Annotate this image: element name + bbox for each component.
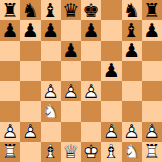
- piece-white-knight[interactable]: ♞♘: [122, 142, 142, 162]
- square-c5[interactable]: [41, 61, 61, 81]
- square-c7[interactable]: ♟: [41, 20, 61, 40]
- piece-black-bishop[interactable]: ♝: [41, 0, 61, 20]
- square-a2[interactable]: ♟♙: [0, 122, 20, 142]
- square-g3[interactable]: [122, 101, 142, 121]
- square-e8[interactable]: ♚: [81, 0, 101, 20]
- square-e1[interactable]: ♚♔: [81, 142, 101, 162]
- rook-glyph: ♜: [142, 0, 162, 20]
- piece-black-pawn[interactable]: ♟: [61, 41, 81, 61]
- pawn-glyph: ♟: [41, 81, 61, 101]
- king-glyph: ♚: [81, 0, 101, 20]
- pawn-outline-glyph: ♙: [61, 81, 81, 101]
- queen-outline-glyph: ♕: [61, 142, 81, 162]
- pawn-glyph: ♟: [142, 122, 162, 142]
- square-a8[interactable]: ♜: [0, 0, 20, 20]
- pawn-glyph: ♟: [101, 122, 121, 142]
- square-a3[interactable]: [0, 101, 20, 121]
- piece-white-pawn[interactable]: ♟♙: [81, 81, 101, 101]
- piece-white-pawn[interactable]: ♟♙: [61, 81, 81, 101]
- pawn-glyph: ♟: [0, 20, 20, 40]
- square-f6[interactable]: [101, 41, 121, 61]
- square-e5[interactable]: [81, 61, 101, 81]
- square-a4[interactable]: [0, 81, 20, 101]
- pawn-outline-glyph: ♙: [20, 122, 40, 142]
- square-e6[interactable]: [81, 41, 101, 61]
- square-d1[interactable]: ♛♕: [61, 142, 81, 162]
- square-b4[interactable]: [20, 81, 40, 101]
- square-h5[interactable]: [142, 61, 162, 81]
- piece-black-pawn[interactable]: ♟: [41, 20, 61, 40]
- pawn-outline-glyph: ♙: [41, 81, 61, 101]
- square-e7[interactable]: ♟: [81, 20, 101, 40]
- square-b1[interactable]: [20, 142, 40, 162]
- bishop-outline-glyph: ♗: [101, 142, 121, 162]
- pawn-glyph: ♟: [20, 122, 40, 142]
- pawn-outline-glyph: ♙: [81, 81, 101, 101]
- knight-glyph: ♞: [20, 0, 40, 20]
- square-c1[interactable]: ♝♗: [41, 142, 61, 162]
- square-a5[interactable]: [0, 61, 20, 81]
- rook-outline-glyph: ♖: [142, 142, 162, 162]
- piece-black-knight[interactable]: ♞: [122, 0, 142, 20]
- square-a1[interactable]: ♜♖: [0, 142, 20, 162]
- piece-white-pawn[interactable]: ♟♙: [142, 122, 162, 142]
- rook-outline-glyph: ♖: [0, 142, 20, 162]
- pawn-outline-glyph: ♙: [142, 122, 162, 142]
- square-a7[interactable]: ♟: [0, 20, 20, 40]
- square-f8[interactable]: [101, 0, 121, 20]
- square-h6[interactable]: [142, 41, 162, 61]
- piece-black-rook[interactable]: ♜: [0, 0, 20, 20]
- square-b3[interactable]: [20, 101, 40, 121]
- piece-white-pawn[interactable]: ♟♙: [20, 122, 40, 142]
- piece-white-bishop[interactable]: ♝♗: [101, 142, 121, 162]
- square-f1[interactable]: ♝♗: [101, 142, 121, 162]
- piece-black-pawn[interactable]: ♟: [122, 41, 142, 61]
- piece-black-pawn[interactable]: ♟: [81, 20, 101, 40]
- chess-board: ♜♞♝♛♚♞♜♟♟♟♟♝♟♟♟♟♟♙♟♙♟♙♞♘♟♙♟♙♟♙♟♙♟♙♜♖♝♗♛♕…: [0, 0, 162, 162]
- knight-glyph: ♞: [41, 101, 61, 121]
- bishop-glyph: ♝: [122, 20, 142, 40]
- piece-white-pawn[interactable]: ♟♙: [41, 81, 61, 101]
- piece-black-rook[interactable]: ♜: [142, 0, 162, 20]
- piece-black-bishop[interactable]: ♝: [122, 20, 142, 40]
- square-h3[interactable]: [142, 101, 162, 121]
- pawn-glyph: ♟: [101, 61, 121, 81]
- knight-glyph: ♞: [122, 0, 142, 20]
- pawn-outline-glyph: ♙: [101, 122, 121, 142]
- square-f2[interactable]: ♟♙: [101, 122, 121, 142]
- queen-glyph: ♛: [61, 142, 81, 162]
- pawn-glyph: ♟: [81, 81, 101, 101]
- square-f5[interactable]: ♟: [101, 61, 121, 81]
- rook-glyph: ♜: [0, 142, 20, 162]
- square-d4[interactable]: ♟♙: [61, 81, 81, 101]
- square-b6[interactable]: [20, 41, 40, 61]
- piece-black-pawn[interactable]: ♟: [20, 20, 40, 40]
- square-g8[interactable]: ♞: [122, 0, 142, 20]
- knight-glyph: ♞: [122, 142, 142, 162]
- rook-glyph: ♜: [0, 0, 20, 20]
- piece-white-rook[interactable]: ♜♖: [0, 142, 20, 162]
- square-c4[interactable]: ♟♙: [41, 81, 61, 101]
- pawn-outline-glyph: ♙: [122, 122, 142, 142]
- piece-white-pawn[interactable]: ♟♙: [0, 122, 20, 142]
- rook-glyph: ♜: [142, 142, 162, 162]
- square-d7[interactable]: [61, 20, 81, 40]
- square-d5[interactable]: [61, 61, 81, 81]
- queen-glyph: ♛: [61, 0, 81, 20]
- piece-black-pawn[interactable]: ♟: [0, 20, 20, 40]
- square-f7[interactable]: [101, 20, 121, 40]
- square-e2[interactable]: [81, 122, 101, 142]
- square-g4[interactable]: [122, 81, 142, 101]
- square-b7[interactable]: ♟: [20, 20, 40, 40]
- square-e3[interactable]: [81, 101, 101, 121]
- square-c6[interactable]: [41, 41, 61, 61]
- square-c8[interactable]: ♝: [41, 0, 61, 20]
- square-h1[interactable]: ♜♖: [142, 142, 162, 162]
- bishop-glyph: ♝: [41, 0, 61, 20]
- pawn-outline-glyph: ♙: [0, 122, 20, 142]
- piece-white-pawn[interactable]: ♟♙: [122, 122, 142, 142]
- square-g1[interactable]: ♞♘: [122, 142, 142, 162]
- square-e4[interactable]: ♟♙: [81, 81, 101, 101]
- square-h4[interactable]: [142, 81, 162, 101]
- king-outline-glyph: ♔: [81, 142, 101, 162]
- square-g7[interactable]: ♝: [122, 20, 142, 40]
- square-g6[interactable]: ♟: [122, 41, 142, 61]
- square-g2[interactable]: ♟♙: [122, 122, 142, 142]
- square-h7[interactable]: ♟: [142, 20, 162, 40]
- square-d3[interactable]: [61, 101, 81, 121]
- square-b2[interactable]: ♟♙: [20, 122, 40, 142]
- square-b8[interactable]: ♞: [20, 0, 40, 20]
- square-c3[interactable]: ♞♘: [41, 101, 61, 121]
- pawn-glyph: ♟: [142, 20, 162, 40]
- square-h8[interactable]: ♜: [142, 0, 162, 20]
- pawn-glyph: ♟: [0, 122, 20, 142]
- square-d8[interactable]: ♛: [61, 0, 81, 20]
- piece-black-king[interactable]: ♚: [81, 0, 101, 20]
- square-d6[interactable]: ♟: [61, 41, 81, 61]
- piece-white-king[interactable]: ♚♔: [81, 142, 101, 162]
- piece-black-queen[interactable]: ♛: [61, 0, 81, 20]
- pawn-glyph: ♟: [41, 20, 61, 40]
- square-f3[interactable]: [101, 101, 121, 121]
- pawn-glyph: ♟: [122, 41, 142, 61]
- bishop-glyph: ♝: [41, 142, 61, 162]
- bishop-outline-glyph: ♗: [41, 142, 61, 162]
- pawn-glyph: ♟: [122, 122, 142, 142]
- bishop-glyph: ♝: [101, 142, 121, 162]
- pawn-glyph: ♟: [20, 20, 40, 40]
- piece-white-queen[interactable]: ♛♕: [61, 142, 81, 162]
- piece-white-knight[interactable]: ♞♘: [41, 101, 61, 121]
- knight-outline-glyph: ♘: [41, 101, 61, 121]
- square-c2[interactable]: [41, 122, 61, 142]
- pawn-glyph: ♟: [81, 20, 101, 40]
- piece-white-rook[interactable]: ♜♖: [142, 142, 162, 162]
- square-h2[interactable]: ♟♙: [142, 122, 162, 142]
- piece-black-knight[interactable]: ♞: [20, 0, 40, 20]
- square-f4[interactable]: [101, 81, 121, 101]
- piece-black-pawn[interactable]: ♟: [142, 20, 162, 40]
- piece-white-pawn[interactable]: ♟♙: [101, 122, 121, 142]
- square-d2[interactable]: [61, 122, 81, 142]
- square-g5[interactable]: [122, 61, 142, 81]
- square-a6[interactable]: [0, 41, 20, 61]
- piece-black-pawn[interactable]: ♟: [101, 61, 121, 81]
- pawn-glyph: ♟: [61, 81, 81, 101]
- square-b5[interactable]: [20, 61, 40, 81]
- king-glyph: ♚: [81, 142, 101, 162]
- pawn-glyph: ♟: [61, 41, 81, 61]
- knight-outline-glyph: ♘: [122, 142, 142, 162]
- piece-white-bishop[interactable]: ♝♗: [41, 142, 61, 162]
